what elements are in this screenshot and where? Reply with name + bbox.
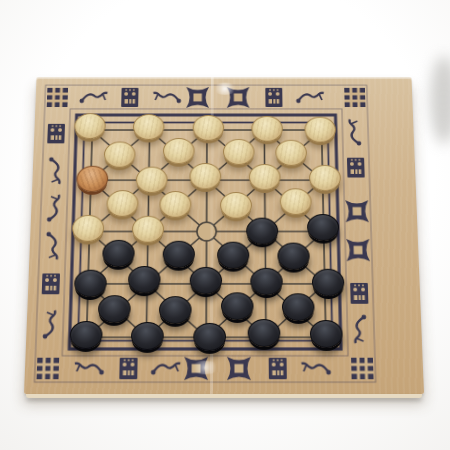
piece-light[interactable] [71,215,104,242]
piece-light[interactable] [304,117,336,143]
piece-brown[interactable] [76,166,108,192]
piece-light[interactable] [136,167,168,193]
piece-dark[interactable] [102,240,135,267]
piece-dark[interactable] [217,242,249,269]
piece-light[interactable] [223,139,255,165]
piece-dark[interactable] [246,218,278,245]
piece-light[interactable] [163,138,195,164]
piece-dark[interactable] [163,241,195,268]
piece-light[interactable] [276,140,308,166]
background-object-blur [430,56,450,144]
piece-dark[interactable] [69,321,102,349]
piece-dark[interactable] [73,270,106,297]
piece-light[interactable] [220,192,252,219]
piece-light[interactable] [133,114,165,140]
piece-light[interactable] [160,191,192,218]
piece-light[interactable] [251,116,282,142]
piece-dark[interactable] [221,292,254,320]
piece-dark[interactable] [98,295,131,323]
piece-light[interactable] [103,142,135,168]
piece-dark[interactable] [159,296,192,324]
product-photo-stage [0,0,450,450]
piece-dark[interactable] [128,266,161,293]
piece-dark[interactable] [193,323,226,351]
piece-light[interactable] [132,216,164,243]
piece-dark[interactable] [189,267,221,294]
piece-light[interactable] [74,113,106,139]
piece-light[interactable] [192,115,223,141]
piece-dark[interactable] [311,269,344,296]
piece-dark[interactable] [131,322,164,350]
piece-dark[interactable] [248,319,281,347]
piece-light[interactable] [106,190,138,217]
pieces-layer [24,77,424,394]
piece-dark[interactable] [278,243,310,270]
piece-light[interactable] [189,163,221,189]
piece-dark[interactable] [309,320,342,348]
piece-light[interactable] [308,165,340,191]
piece-dark[interactable] [250,268,283,295]
piece-dark[interactable] [282,293,315,321]
board-perspective-wrap [24,77,424,394]
piece-dark[interactable] [306,214,338,241]
game-board[interactable] [24,77,424,394]
piece-light[interactable] [249,164,281,190]
piece-light[interactable] [280,188,312,215]
